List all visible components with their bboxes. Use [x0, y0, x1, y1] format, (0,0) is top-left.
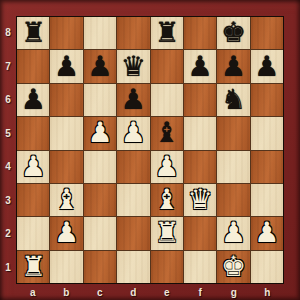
- rank-label-4: 4: [0, 150, 16, 184]
- square-b5[interactable]: [50, 117, 82, 149]
- file-label-h: h: [251, 284, 285, 300]
- square-b1[interactable]: [50, 251, 82, 283]
- piece-white-pawn-g2[interactable]: ♟: [221, 217, 246, 249]
- rank-label-2: 2: [0, 217, 16, 251]
- piece-black-pawn-c7[interactable]: ♟: [87, 51, 112, 83]
- square-c4[interactable]: [84, 151, 116, 183]
- square-c6[interactable]: [84, 84, 116, 116]
- square-e2[interactable]: ♜: [151, 217, 183, 249]
- piece-white-pawn-d5[interactable]: ♟: [121, 117, 146, 149]
- piece-black-queen-d7[interactable]: ♛: [121, 51, 146, 83]
- chess-board[interactable]: ♜♜♚♟♟♛♟♟♟♟♟♞♟♟♝♟♟♝♝♛♟♜♟♟♜♚: [16, 16, 284, 284]
- square-h2[interactable]: ♟: [251, 217, 283, 249]
- square-a6[interactable]: ♟: [17, 84, 49, 116]
- square-f5[interactable]: [184, 117, 216, 149]
- square-g4[interactable]: [217, 151, 249, 183]
- square-b3[interactable]: ♝: [50, 184, 82, 216]
- rank-label-1: 1: [0, 251, 16, 285]
- square-f1[interactable]: [184, 251, 216, 283]
- board-frame: 87654321 ♜♜♚♟♟♛♟♟♟♟♟♞♟♟♝♟♟♝♝♛♟♜♟♟♜♚ abcd…: [0, 0, 300, 300]
- rank-label-3: 3: [0, 184, 16, 218]
- square-b2[interactable]: ♟: [50, 217, 82, 249]
- piece-black-pawn-f7[interactable]: ♟: [188, 51, 213, 83]
- file-label-c: c: [83, 284, 117, 300]
- square-f6[interactable]: [184, 84, 216, 116]
- square-f8[interactable]: [184, 17, 216, 49]
- square-g6[interactable]: ♞: [217, 84, 249, 116]
- square-h4[interactable]: [251, 151, 283, 183]
- file-label-e: e: [150, 284, 184, 300]
- rank-label-7: 7: [0, 50, 16, 84]
- square-h8[interactable]: [251, 17, 283, 49]
- piece-black-king-g8[interactable]: ♚: [221, 17, 246, 49]
- square-a7[interactable]: [17, 50, 49, 82]
- square-h3[interactable]: [251, 184, 283, 216]
- piece-white-pawn-e4[interactable]: ♟: [154, 151, 179, 183]
- square-f4[interactable]: [184, 151, 216, 183]
- piece-white-pawn-h2[interactable]: ♟: [254, 217, 279, 249]
- square-d5[interactable]: ♟: [117, 117, 149, 149]
- rank-label-5: 5: [0, 117, 16, 151]
- piece-white-bishop-b3[interactable]: ♝: [54, 184, 79, 216]
- square-d2[interactable]: [117, 217, 149, 249]
- square-a5[interactable]: [17, 117, 49, 149]
- rank-labels: 87654321: [0, 16, 16, 284]
- square-h6[interactable]: [251, 84, 283, 116]
- piece-white-pawn-a4[interactable]: ♟: [21, 151, 46, 183]
- square-c8[interactable]: [84, 17, 116, 49]
- file-label-d: d: [117, 284, 151, 300]
- square-g5[interactable]: [217, 117, 249, 149]
- square-c2[interactable]: [84, 217, 116, 249]
- square-f2[interactable]: [184, 217, 216, 249]
- piece-white-pawn-b2[interactable]: ♟: [54, 217, 79, 249]
- piece-white-pawn-c5[interactable]: ♟: [87, 117, 112, 149]
- square-d7[interactable]: ♛: [117, 50, 149, 82]
- square-b7[interactable]: ♟: [50, 50, 82, 82]
- square-h5[interactable]: [251, 117, 283, 149]
- square-g7[interactable]: ♟: [217, 50, 249, 82]
- piece-black-bishop-e5[interactable]: ♝: [154, 117, 179, 149]
- square-d8[interactable]: [117, 17, 149, 49]
- square-h7[interactable]: ♟: [251, 50, 283, 82]
- piece-white-bishop-e3[interactable]: ♝: [154, 184, 179, 216]
- square-a3[interactable]: [17, 184, 49, 216]
- square-f3[interactable]: ♛: [184, 184, 216, 216]
- square-e7[interactable]: [151, 50, 183, 82]
- square-d4[interactable]: [117, 151, 149, 183]
- piece-black-rook-a8[interactable]: ♜: [21, 17, 46, 49]
- piece-white-rook-a1[interactable]: ♜: [21, 251, 46, 283]
- rank-label-8: 8: [0, 16, 16, 50]
- square-e1[interactable]: [151, 251, 183, 283]
- square-g1[interactable]: ♚: [217, 251, 249, 283]
- square-e4[interactable]: ♟: [151, 151, 183, 183]
- piece-black-rook-e8[interactable]: ♜: [154, 17, 179, 49]
- square-b6[interactable]: [50, 84, 82, 116]
- piece-white-queen-f3[interactable]: ♛: [188, 184, 213, 216]
- square-a8[interactable]: ♜: [17, 17, 49, 49]
- square-d3[interactable]: [117, 184, 149, 216]
- square-e3[interactable]: ♝: [151, 184, 183, 216]
- piece-black-knight-g6[interactable]: ♞: [221, 84, 246, 116]
- square-a4[interactable]: ♟: [17, 151, 49, 183]
- piece-black-pawn-a6[interactable]: ♟: [21, 84, 46, 116]
- square-h1[interactable]: [251, 251, 283, 283]
- file-label-g: g: [217, 284, 251, 300]
- square-c7[interactable]: ♟: [84, 50, 116, 82]
- piece-black-pawn-g7[interactable]: ♟: [221, 51, 246, 83]
- square-c1[interactable]: [84, 251, 116, 283]
- square-a1[interactable]: ♜: [17, 251, 49, 283]
- square-d1[interactable]: [117, 251, 149, 283]
- square-d6[interactable]: ♟: [117, 84, 149, 116]
- piece-black-pawn-b7[interactable]: ♟: [54, 51, 79, 83]
- piece-black-pawn-d6[interactable]: ♟: [121, 84, 146, 116]
- square-g2[interactable]: ♟: [217, 217, 249, 249]
- rank-label-6: 6: [0, 83, 16, 117]
- square-e5[interactable]: ♝: [151, 117, 183, 149]
- square-e6[interactable]: [151, 84, 183, 116]
- square-f7[interactable]: ♟: [184, 50, 216, 82]
- file-labels: abcdefgh: [16, 284, 284, 300]
- square-a2[interactable]: [17, 217, 49, 249]
- file-label-f: f: [184, 284, 218, 300]
- square-b4[interactable]: [50, 151, 82, 183]
- piece-black-pawn-h7[interactable]: ♟: [254, 51, 279, 83]
- square-g8[interactable]: ♚: [217, 17, 249, 49]
- square-g3[interactable]: [217, 184, 249, 216]
- square-b8[interactable]: [50, 17, 82, 49]
- piece-white-rook-e2[interactable]: ♜: [154, 217, 179, 249]
- square-c3[interactable]: [84, 184, 116, 216]
- square-e8[interactable]: ♜: [151, 17, 183, 49]
- file-label-a: a: [16, 284, 50, 300]
- file-label-b: b: [50, 284, 84, 300]
- piece-white-king-g1[interactable]: ♚: [221, 251, 246, 283]
- square-c5[interactable]: ♟: [84, 117, 116, 149]
